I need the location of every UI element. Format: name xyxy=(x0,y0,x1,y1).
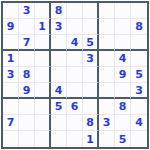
sudoku-cell-r9c1[interactable] xyxy=(3,131,19,147)
sudoku-cell-r4c7[interactable] xyxy=(99,51,115,67)
sudoku-cell-r6c2[interactable]: 9 xyxy=(19,83,35,99)
sudoku-cell-r5c5[interactable] xyxy=(67,67,83,83)
sudoku-cell-r6c1[interactable] xyxy=(3,83,19,99)
sudoku-cell-r3c9[interactable] xyxy=(131,35,147,51)
sudoku-cell-r3c4[interactable] xyxy=(51,35,67,51)
sudoku-cell-r8c1[interactable]: 7 xyxy=(3,115,19,131)
sudoku-cell-r6c7[interactable] xyxy=(99,83,115,99)
sudoku-cell-r5c4[interactable] xyxy=(51,67,67,83)
sudoku-cell-r2c8[interactable] xyxy=(115,19,131,35)
sudoku-cell-r3c5[interactable]: 4 xyxy=(67,35,83,51)
sudoku-cell-r4c1[interactable]: 1 xyxy=(3,51,19,67)
sudoku-cell-r9c2[interactable] xyxy=(19,131,35,147)
sudoku-cell-r2c3[interactable]: 1 xyxy=(35,19,51,35)
sudoku-cell-r7c5[interactable]: 6 xyxy=(67,99,83,115)
sudoku-cell-r4c8[interactable]: 4 xyxy=(115,51,131,67)
sudoku-cell-r6c5[interactable] xyxy=(67,83,83,99)
sudoku-cell-r5c8[interactable]: 9 xyxy=(115,67,131,83)
sudoku-cell-r8c7[interactable]: 3 xyxy=(99,115,115,131)
sudoku-cell-r7c4[interactable]: 5 xyxy=(51,99,67,115)
sudoku-cell-r6c9[interactable]: 3 xyxy=(131,83,147,99)
sudoku-cell-r1c3[interactable] xyxy=(35,3,51,19)
sudoku-cell-r7c6[interactable] xyxy=(83,99,99,115)
sudoku-cell-r3c2[interactable]: 7 xyxy=(19,35,35,51)
sudoku-cell-r5c3[interactable] xyxy=(35,67,51,83)
sudoku-cell-r2c9[interactable]: 8 xyxy=(131,19,147,35)
sudoku-cell-r5c6[interactable] xyxy=(83,67,99,83)
sudoku-cell-r9c7[interactable] xyxy=(99,131,115,147)
sudoku-cell-r8c8[interactable] xyxy=(115,115,131,131)
sudoku-cell-r1c7[interactable] xyxy=(99,3,115,19)
sudoku-cell-r7c3[interactable] xyxy=(35,99,51,115)
sudoku-cell-r6c6[interactable] xyxy=(83,83,99,99)
sudoku-cell-r4c3[interactable] xyxy=(35,51,51,67)
sudoku-cell-r9c8[interactable]: 5 xyxy=(115,131,131,147)
sudoku-cell-r7c8[interactable]: 8 xyxy=(115,99,131,115)
sudoku-cell-r2c4[interactable]: 3 xyxy=(51,19,67,35)
sudoku-cell-r4c6[interactable]: 3 xyxy=(83,51,99,67)
sudoku-cell-r6c3[interactable] xyxy=(35,83,51,99)
sudoku-cell-r5c9[interactable]: 5 xyxy=(131,67,147,83)
sudoku-cell-r8c9[interactable]: 4 xyxy=(131,115,147,131)
sudoku-cell-r5c1[interactable]: 3 xyxy=(3,67,19,83)
sudoku-cell-r2c5[interactable] xyxy=(67,19,83,35)
sudoku-cell-r4c4[interactable] xyxy=(51,51,67,67)
sudoku-cell-r8c5[interactable] xyxy=(67,115,83,131)
sudoku-cell-r2c1[interactable]: 9 xyxy=(3,19,19,35)
sudoku-cell-r1c4[interactable]: 8 xyxy=(51,3,67,19)
sudoku-cell-r9c5[interactable] xyxy=(67,131,83,147)
sudoku-cell-r7c9[interactable] xyxy=(131,99,147,115)
sudoku-cell-r7c7[interactable] xyxy=(99,99,115,115)
sudoku-cell-r3c7[interactable] xyxy=(99,35,115,51)
sudoku-cell-r9c6[interactable]: 1 xyxy=(83,131,99,147)
sudoku-cell-r9c4[interactable] xyxy=(51,131,67,147)
sudoku-cell-r3c6[interactable]: 5 xyxy=(83,35,99,51)
sudoku-cell-r5c7[interactable] xyxy=(99,67,115,83)
sudoku-cell-r5c2[interactable]: 8 xyxy=(19,67,35,83)
sudoku-cell-r4c2[interactable] xyxy=(19,51,35,67)
sudoku-cell-r2c2[interactable] xyxy=(19,19,35,35)
sudoku-cell-r9c9[interactable] xyxy=(131,131,147,147)
sudoku-cell-r8c3[interactable] xyxy=(35,115,51,131)
sudoku-cell-r9c3[interactable] xyxy=(35,131,51,147)
sudoku-cell-r7c2[interactable] xyxy=(19,99,35,115)
sudoku-cell-r2c7[interactable] xyxy=(99,19,115,35)
sudoku-cell-r6c4[interactable]: 4 xyxy=(51,83,67,99)
sudoku-cell-r1c6[interactable] xyxy=(83,3,99,19)
sudoku-board: 3891387451343895943568783415 xyxy=(1,1,149,149)
sudoku-cell-r1c5[interactable] xyxy=(67,3,83,19)
sudoku-cell-r3c1[interactable] xyxy=(3,35,19,51)
sudoku-cell-r8c4[interactable] xyxy=(51,115,67,131)
sudoku-cell-r1c2[interactable]: 3 xyxy=(19,3,35,19)
sudoku-cell-r3c3[interactable] xyxy=(35,35,51,51)
sudoku-cell-r1c8[interactable] xyxy=(115,3,131,19)
sudoku-cell-r3c8[interactable] xyxy=(115,35,131,51)
sudoku-cell-r2c6[interactable] xyxy=(83,19,99,35)
sudoku-cell-r4c5[interactable] xyxy=(67,51,83,67)
sudoku-page: 3891387451343895943568783415 xyxy=(0,0,150,150)
sudoku-cell-r8c2[interactable] xyxy=(19,115,35,131)
sudoku-cell-r1c1[interactable] xyxy=(3,3,19,19)
sudoku-cell-r8c6[interactable]: 8 xyxy=(83,115,99,131)
sudoku-cell-r4c9[interactable] xyxy=(131,51,147,67)
sudoku-cell-r6c8[interactable] xyxy=(115,83,131,99)
sudoku-cell-r1c9[interactable] xyxy=(131,3,147,19)
sudoku-cell-r7c1[interactable] xyxy=(3,99,19,115)
